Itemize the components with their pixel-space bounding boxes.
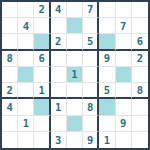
- sudoku-cell-given[interactable]: 2: [34, 2, 50, 18]
- sudoku-cell-empty[interactable]: [18, 2, 34, 18]
- sudoku-cell-empty[interactable]: [67, 51, 83, 67]
- sudoku-cell-empty[interactable]: [99, 67, 115, 83]
- sudoku-cell-given[interactable]: 8: [83, 99, 99, 115]
- sudoku-cell-empty[interactable]: [18, 83, 34, 99]
- sudoku-cell-empty[interactable]: [116, 83, 132, 99]
- sudoku-cell-empty[interactable]: [34, 116, 50, 132]
- sudoku-cell-given[interactable]: 7: [83, 2, 99, 18]
- sudoku-board: 2474725686921215841819391: [0, 0, 150, 150]
- sudoku-cell-empty[interactable]: [83, 116, 99, 132]
- sudoku-cell-empty[interactable]: [2, 67, 18, 83]
- sudoku-cell-given[interactable]: 2: [132, 51, 148, 67]
- sudoku-cell-empty[interactable]: [116, 34, 132, 50]
- sudoku-cell-given[interactable]: 9: [83, 132, 99, 148]
- sudoku-cell-given[interactable]: 5: [99, 83, 115, 99]
- sudoku-cell-empty[interactable]: [18, 51, 34, 67]
- sudoku-cell-empty[interactable]: [132, 67, 148, 83]
- sudoku-cell-given[interactable]: 6: [34, 51, 50, 67]
- sudoku-cell-empty[interactable]: [34, 67, 50, 83]
- sudoku-cell-given[interactable]: 8: [132, 83, 148, 99]
- sudoku-cell-given[interactable]: 4: [2, 99, 18, 115]
- sudoku-cell-empty[interactable]: [116, 2, 132, 18]
- sudoku-cell-given[interactable]: 1: [67, 67, 83, 83]
- sudoku-cell-empty[interactable]: [34, 34, 50, 50]
- sudoku-cell-given[interactable]: 3: [51, 132, 67, 148]
- sudoku-cell-empty[interactable]: [99, 116, 115, 132]
- sudoku-cell-empty[interactable]: [51, 51, 67, 67]
- sudoku-cell-empty[interactable]: [99, 34, 115, 50]
- sudoku-cell-empty[interactable]: [2, 116, 18, 132]
- sudoku-cell-empty[interactable]: [34, 132, 50, 148]
- sudoku-cell-empty[interactable]: [116, 51, 132, 67]
- sudoku-cell-empty[interactable]: [67, 83, 83, 99]
- sudoku-cell-empty[interactable]: [67, 2, 83, 18]
- sudoku-cell-empty[interactable]: [99, 99, 115, 115]
- sudoku-cell-given[interactable]: 6: [132, 34, 148, 50]
- sudoku-cell-empty[interactable]: [2, 132, 18, 148]
- sudoku-cell-given[interactable]: 1: [51, 99, 67, 115]
- sudoku-cell-empty[interactable]: [83, 18, 99, 34]
- sudoku-cell-given[interactable]: 4: [18, 18, 34, 34]
- sudoku-cell-empty[interactable]: [2, 2, 18, 18]
- sudoku-cell-empty[interactable]: [132, 116, 148, 132]
- sudoku-cell-given[interactable]: 2: [2, 83, 18, 99]
- sudoku-cell-given[interactable]: 7: [116, 18, 132, 34]
- sudoku-cell-given[interactable]: 4: [51, 2, 67, 18]
- sudoku-cell-empty[interactable]: [34, 18, 50, 34]
- sudoku-cell-empty[interactable]: [83, 67, 99, 83]
- sudoku-cell-empty[interactable]: [18, 132, 34, 148]
- sudoku-cell-empty[interactable]: [132, 2, 148, 18]
- sudoku-cell-empty[interactable]: [99, 18, 115, 34]
- sudoku-cell-empty[interactable]: [132, 18, 148, 34]
- sudoku-cell-empty[interactable]: [18, 67, 34, 83]
- sudoku-cell-given[interactable]: 9: [116, 116, 132, 132]
- sudoku-cell-empty[interactable]: [67, 116, 83, 132]
- sudoku-cell-empty[interactable]: [51, 83, 67, 99]
- sudoku-cell-empty[interactable]: [83, 51, 99, 67]
- sudoku-cell-given[interactable]: 2: [51, 34, 67, 50]
- sudoku-cell-empty[interactable]: [132, 99, 148, 115]
- sudoku-cell-empty[interactable]: [34, 99, 50, 115]
- sudoku-cell-empty[interactable]: [132, 132, 148, 148]
- sudoku-cell-empty[interactable]: [67, 99, 83, 115]
- sudoku-cell-empty[interactable]: [2, 18, 18, 34]
- sudoku-cell-empty[interactable]: [51, 18, 67, 34]
- sudoku-cell-empty[interactable]: [116, 132, 132, 148]
- sudoku-cell-empty[interactable]: [18, 99, 34, 115]
- sudoku-cell-given[interactable]: 9: [99, 51, 115, 67]
- sudoku-cell-given[interactable]: 1: [99, 132, 115, 148]
- sudoku-cell-given[interactable]: 1: [34, 83, 50, 99]
- sudoku-cell-empty[interactable]: [116, 99, 132, 115]
- sudoku-cell-empty[interactable]: [18, 34, 34, 50]
- sudoku-cell-given[interactable]: 5: [83, 34, 99, 50]
- sudoku-cell-empty[interactable]: [116, 67, 132, 83]
- sudoku-cell-empty[interactable]: [51, 67, 67, 83]
- sudoku-cell-given[interactable]: 8: [2, 51, 18, 67]
- sudoku-cell-given[interactable]: 1: [18, 116, 34, 132]
- sudoku-cell-empty[interactable]: [83, 83, 99, 99]
- sudoku-cell-empty[interactable]: [2, 34, 18, 50]
- sudoku-cell-empty[interactable]: [67, 132, 83, 148]
- sudoku-cell-empty[interactable]: [51, 116, 67, 132]
- sudoku-cell-empty[interactable]: [67, 34, 83, 50]
- sudoku-cell-empty[interactable]: [99, 2, 115, 18]
- sudoku-cell-empty[interactable]: [67, 18, 83, 34]
